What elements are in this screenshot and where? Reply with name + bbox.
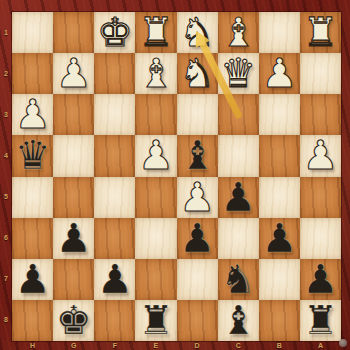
square-c5[interactable]: ♟ bbox=[218, 177, 259, 218]
square-c4[interactable] bbox=[218, 135, 259, 176]
square-h1[interactable] bbox=[12, 12, 53, 53]
square-g1[interactable] bbox=[53, 12, 94, 53]
square-h4[interactable]: ♛ bbox=[12, 135, 53, 176]
square-a1[interactable]: ♜ bbox=[300, 12, 341, 53]
chess-board-frame: ♚♜♞♝♜♟♝♞♛♟♟♛♟♝♟♟♟♟♟♟♟♟♞♟♚♜♝♜ 12345678 HG… bbox=[0, 0, 350, 350]
square-d2[interactable]: ♞ bbox=[177, 53, 218, 94]
square-b6[interactable]: ♟ bbox=[259, 218, 300, 259]
square-b2[interactable]: ♟ bbox=[259, 53, 300, 94]
square-b4[interactable] bbox=[259, 135, 300, 176]
square-f4[interactable] bbox=[94, 135, 135, 176]
black-pawn-d6[interactable]: ♟ bbox=[179, 218, 215, 259]
file-label-g: G bbox=[64, 342, 84, 350]
square-g3[interactable] bbox=[53, 94, 94, 135]
square-d7[interactable] bbox=[177, 259, 218, 300]
white-bishop-c1[interactable]: ♝ bbox=[220, 12, 256, 53]
square-e3[interactable] bbox=[135, 94, 176, 135]
rank-label-4: 4 bbox=[0, 151, 12, 161]
rank-label-1: 1 bbox=[0, 28, 12, 38]
square-e4[interactable]: ♟ bbox=[135, 135, 176, 176]
square-c3[interactable] bbox=[218, 94, 259, 135]
white-pawn-a4[interactable]: ♟ bbox=[303, 135, 339, 176]
square-g8[interactable]: ♚ bbox=[53, 300, 94, 341]
square-d4[interactable]: ♝ bbox=[177, 135, 218, 176]
square-h3[interactable]: ♟ bbox=[12, 94, 53, 135]
rank-label-7: 7 bbox=[0, 274, 12, 284]
black-pawn-c5[interactable]: ♟ bbox=[220, 177, 256, 218]
square-a7[interactable]: ♟ bbox=[300, 259, 341, 300]
white-pawn-g2[interactable]: ♟ bbox=[56, 53, 92, 94]
file-label-e: E bbox=[146, 342, 166, 350]
rank-label-2: 2 bbox=[0, 69, 12, 79]
white-rook-a1[interactable]: ♜ bbox=[303, 12, 339, 53]
square-e6[interactable] bbox=[135, 218, 176, 259]
square-e8[interactable]: ♜ bbox=[135, 300, 176, 341]
square-c7[interactable]: ♞ bbox=[218, 259, 259, 300]
white-bishop-e2[interactable]: ♝ bbox=[138, 53, 174, 94]
square-f6[interactable] bbox=[94, 218, 135, 259]
black-king-g8[interactable]: ♚ bbox=[56, 300, 92, 341]
square-g4[interactable] bbox=[53, 135, 94, 176]
square-d1[interactable]: ♞ bbox=[177, 12, 218, 53]
square-c6[interactable] bbox=[218, 218, 259, 259]
square-h5[interactable] bbox=[12, 177, 53, 218]
rank-label-3: 3 bbox=[0, 110, 12, 120]
black-pawn-h7[interactable]: ♟ bbox=[15, 259, 51, 300]
white-pawn-b2[interactable]: ♟ bbox=[261, 53, 297, 94]
square-d5[interactable]: ♟ bbox=[177, 177, 218, 218]
black-rook-a8[interactable]: ♜ bbox=[303, 300, 339, 341]
square-a2[interactable] bbox=[300, 53, 341, 94]
square-g7[interactable] bbox=[53, 259, 94, 300]
file-label-h: H bbox=[23, 342, 43, 350]
white-king-f1[interactable]: ♚ bbox=[97, 12, 133, 53]
black-rook-e8[interactable]: ♜ bbox=[138, 300, 174, 341]
square-b7[interactable] bbox=[259, 259, 300, 300]
square-c8[interactable]: ♝ bbox=[218, 300, 259, 341]
square-g5[interactable] bbox=[53, 177, 94, 218]
chess-board: ♚♜♞♝♜♟♝♞♛♟♟♛♟♝♟♟♟♟♟♟♟♟♞♟♚♜♝♜ bbox=[12, 12, 341, 341]
square-h6[interactable] bbox=[12, 218, 53, 259]
white-knight-d1[interactable]: ♞ bbox=[179, 12, 215, 53]
file-label-c: C bbox=[228, 342, 248, 350]
white-rook-e1[interactable]: ♜ bbox=[138, 12, 174, 53]
square-f1[interactable]: ♚ bbox=[94, 12, 135, 53]
square-d8[interactable] bbox=[177, 300, 218, 341]
black-bishop-c8[interactable]: ♝ bbox=[220, 300, 256, 341]
square-b1[interactable] bbox=[259, 12, 300, 53]
square-e5[interactable] bbox=[135, 177, 176, 218]
square-a3[interactable] bbox=[300, 94, 341, 135]
square-d6[interactable]: ♟ bbox=[177, 218, 218, 259]
black-pawn-b6[interactable]: ♟ bbox=[261, 218, 297, 259]
square-c2[interactable]: ♛ bbox=[218, 53, 259, 94]
square-b8[interactable] bbox=[259, 300, 300, 341]
square-b5[interactable] bbox=[259, 177, 300, 218]
black-bishop-d4[interactable]: ♝ bbox=[179, 135, 215, 176]
file-label-d: D bbox=[187, 342, 207, 350]
rank-label-8: 8 bbox=[0, 315, 12, 325]
square-g6[interactable]: ♟ bbox=[53, 218, 94, 259]
square-f3[interactable] bbox=[94, 94, 135, 135]
white-knight-d2[interactable]: ♞ bbox=[179, 53, 215, 94]
square-a5[interactable] bbox=[300, 177, 341, 218]
square-b3[interactable] bbox=[259, 94, 300, 135]
square-d3[interactable] bbox=[177, 94, 218, 135]
square-f8[interactable] bbox=[94, 300, 135, 341]
white-pawn-d5[interactable]: ♟ bbox=[179, 177, 215, 218]
white-pawn-e4[interactable]: ♟ bbox=[138, 135, 174, 176]
corner-dot-icon bbox=[339, 339, 347, 347]
black-pawn-g6[interactable]: ♟ bbox=[56, 218, 92, 259]
square-e7[interactable] bbox=[135, 259, 176, 300]
square-a8[interactable]: ♜ bbox=[300, 300, 341, 341]
rank-label-5: 5 bbox=[0, 192, 12, 202]
square-f7[interactable]: ♟ bbox=[94, 259, 135, 300]
white-pawn-h3[interactable]: ♟ bbox=[15, 94, 51, 135]
rank-label-6: 6 bbox=[0, 233, 12, 243]
black-knight-c7[interactable]: ♞ bbox=[220, 259, 256, 300]
file-label-a: A bbox=[310, 342, 330, 350]
square-a4[interactable]: ♟ bbox=[300, 135, 341, 176]
black-queen-h4[interactable]: ♛ bbox=[15, 135, 51, 176]
square-f2[interactable] bbox=[94, 53, 135, 94]
square-e1[interactable]: ♜ bbox=[135, 12, 176, 53]
square-h7[interactable]: ♟ bbox=[12, 259, 53, 300]
square-a6[interactable] bbox=[300, 218, 341, 259]
square-g2[interactable]: ♟ bbox=[53, 53, 94, 94]
square-f5[interactable] bbox=[94, 177, 135, 218]
file-label-b: B bbox=[269, 342, 289, 350]
square-h2[interactable] bbox=[12, 53, 53, 94]
black-pawn-a7[interactable]: ♟ bbox=[303, 259, 339, 300]
square-h8[interactable] bbox=[12, 300, 53, 341]
square-c1[interactable]: ♝ bbox=[218, 12, 259, 53]
white-queen-c2[interactable]: ♛ bbox=[220, 53, 256, 94]
black-pawn-f7[interactable]: ♟ bbox=[97, 259, 133, 300]
file-label-f: F bbox=[105, 342, 125, 350]
square-e2[interactable]: ♝ bbox=[135, 53, 176, 94]
